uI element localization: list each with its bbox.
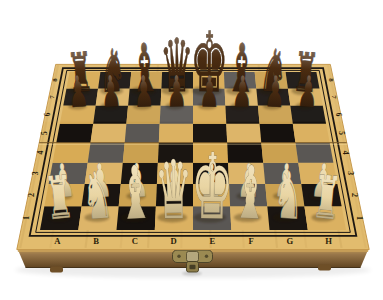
rank-label-right-7: 7	[330, 95, 338, 99]
chess-set-photo: ABCDEFGH1122334455667788♜♞♝♛♚♝♞♜♟♟♟♟♟♟♟♟…	[0, 0, 383, 300]
piece-black-pawn-e7[interactable]: ♟	[199, 66, 220, 116]
piece-black-pawn-f7[interactable]: ♟	[231, 66, 253, 117]
clasp-screw	[177, 255, 180, 258]
piece-white-queen-d1[interactable]: ♛	[154, 142, 193, 237]
file-label-h: H	[325, 236, 332, 246]
piece-white-bishop-f1[interactable]: ♝	[232, 150, 269, 237]
piece-black-pawn-h7[interactable]: ♟	[296, 66, 320, 118]
clasp-screw	[205, 255, 208, 258]
square-h5[interactable]	[293, 124, 330, 143]
piece-black-pawn-d7[interactable]: ♟	[166, 66, 187, 116]
piece-black-pawn-c7[interactable]: ♟	[133, 66, 155, 117]
rank-label-right-5: 5	[337, 131, 346, 135]
chess-board: ABCDEFGH1122334455667788♜♞♝♛♚♝♞♜♟♟♟♟♟♟♟♟…	[0, 0, 383, 300]
file-label-d: D	[170, 236, 176, 246]
rank-label-right-6: 6	[334, 113, 342, 117]
rank-label-right-4: 4	[341, 151, 350, 155]
rank-label-right-2: 2	[350, 193, 359, 197]
rank-label-left-2: 2	[27, 193, 36, 197]
piece-black-pawn-g7[interactable]: ♟	[264, 66, 287, 117]
file-label-f: F	[249, 236, 254, 246]
rank-label-left-8: 8	[51, 78, 58, 82]
square-c5[interactable]	[125, 124, 160, 143]
rank-label-left-7: 7	[48, 95, 56, 99]
rank-label-left-5: 5	[40, 131, 49, 135]
rank-label-right-1: 1	[355, 216, 364, 220]
piece-white-knight-b1[interactable]: ♞	[80, 157, 115, 234]
square-d5[interactable]	[159, 124, 193, 143]
square-a5[interactable]	[56, 124, 93, 143]
piece-white-king-e1[interactable]: ♚	[190, 134, 234, 240]
rank-label-left-3: 3	[31, 171, 40, 175]
square-g5[interactable]	[260, 124, 296, 143]
file-label-c: C	[132, 236, 138, 246]
file-label-g: G	[287, 236, 294, 246]
file-label-b: B	[93, 236, 99, 246]
file-label-a: A	[54, 236, 61, 246]
rank-label-right-8: 8	[328, 78, 335, 82]
rank-label-left-1: 1	[22, 216, 31, 220]
rank-label-left-4: 4	[36, 150, 45, 154]
piece-white-bishop-c1[interactable]: ♝	[117, 150, 154, 237]
rank-label-left-6: 6	[44, 112, 52, 116]
clasp-knob	[187, 252, 199, 262]
piece-black-pawn-a7[interactable]: ♟	[66, 66, 90, 118]
square-b5[interactable]	[91, 124, 127, 143]
piece-black-pawn-b7[interactable]: ♟	[100, 66, 123, 117]
box-foot-left	[50, 267, 63, 273]
rank-label-right-3: 3	[346, 171, 355, 175]
box-foot-right	[318, 265, 331, 271]
clasp-hole	[190, 265, 196, 270]
piece-white-knight-g1[interactable]: ♞	[271, 157, 306, 234]
